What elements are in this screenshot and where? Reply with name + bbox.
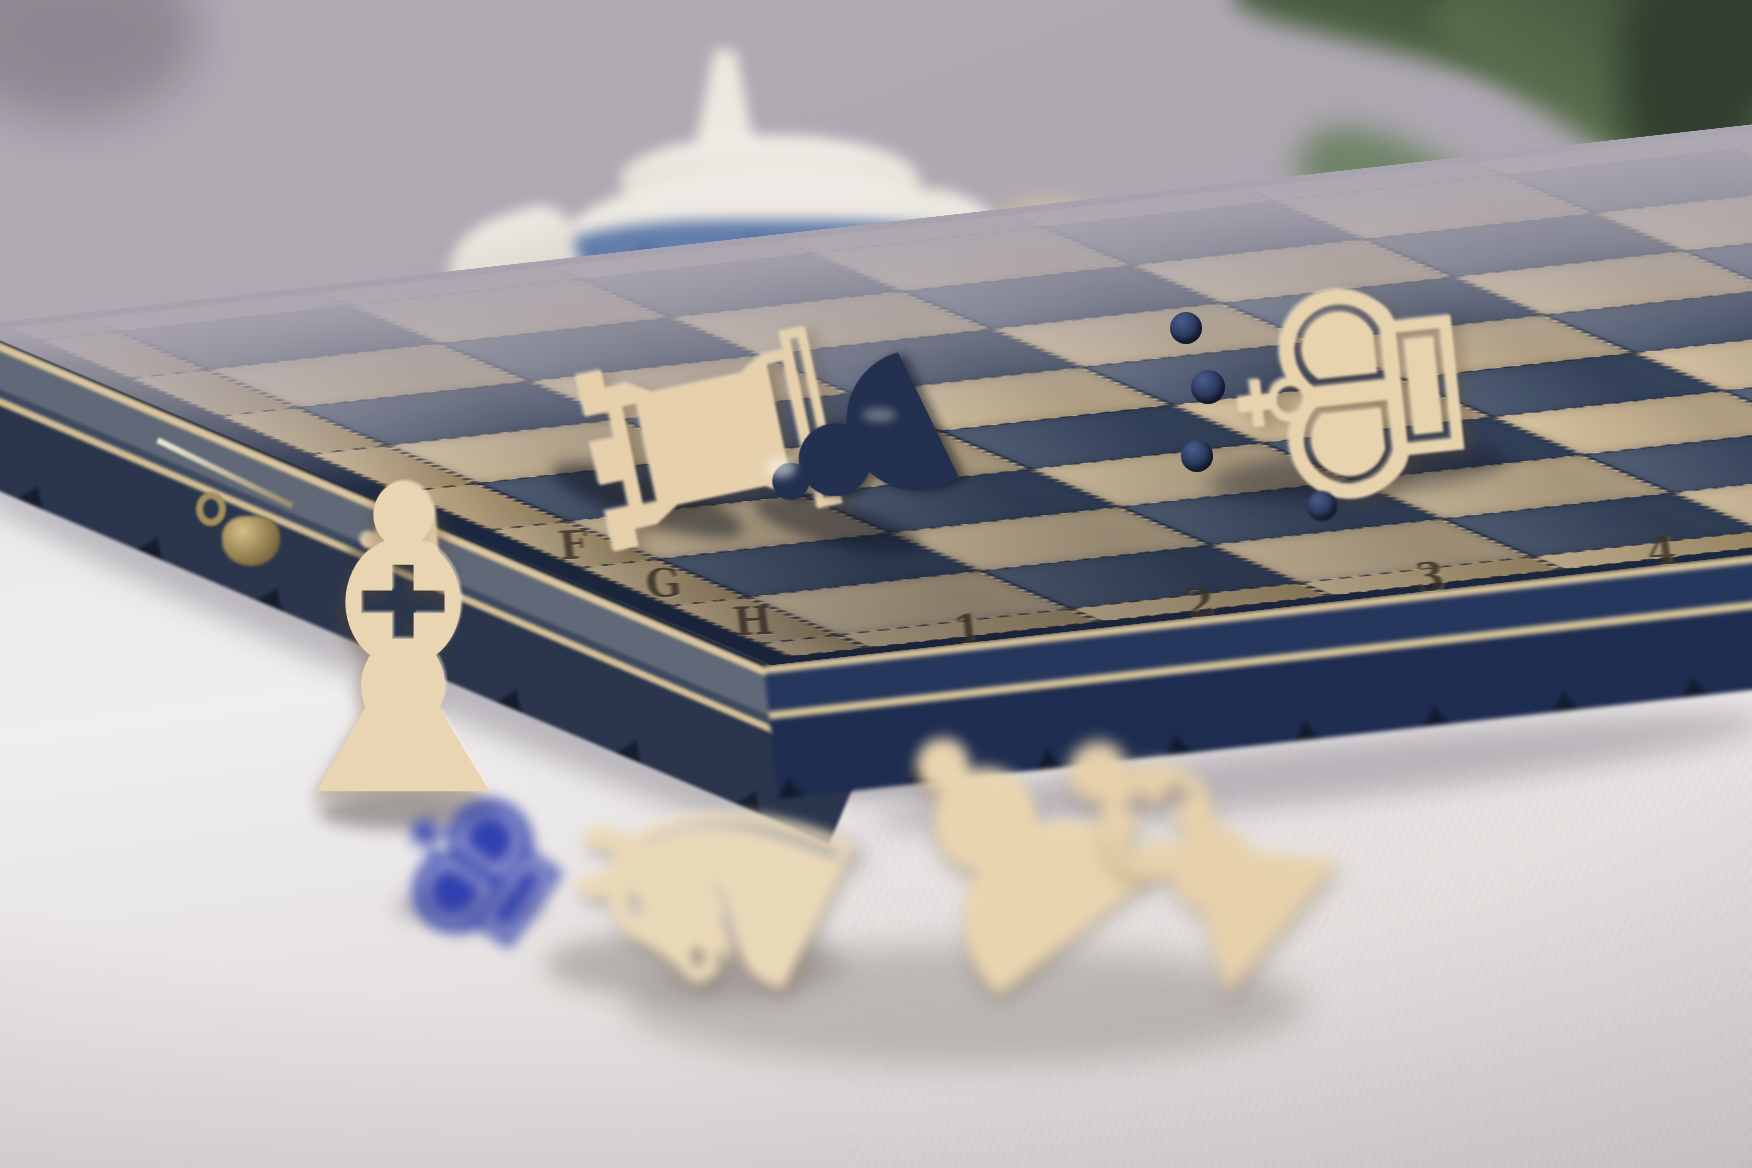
- king-crown-ball: [1170, 312, 1202, 344]
- rank-label: 4: [1644, 526, 1679, 573]
- bishop-glyph: ♝: [238, 398, 568, 891]
- clasp-hook: [196, 492, 226, 526]
- king-crown-ball: [1191, 370, 1225, 404]
- scene-photo: FGH1234 ♜ ♟ ♚ ♟ ♚ ♞ ♟ ♝ ♝: [0, 0, 1752, 1168]
- rank-label: 3: [1413, 553, 1448, 600]
- white-bishop-standing: ♝: [238, 433, 568, 857]
- pawn-highlight: [766, 458, 796, 478]
- rank-label: 2: [1182, 579, 1217, 626]
- pawn-highlight: [862, 408, 896, 422]
- king-crown-ball: [1307, 491, 1337, 521]
- king-crown-ball: [1181, 440, 1213, 472]
- white-king-toppled: ♚: [1192, 244, 1518, 543]
